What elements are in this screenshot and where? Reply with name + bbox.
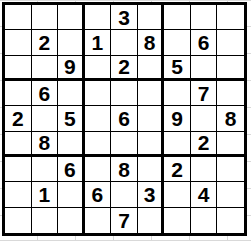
cell-r7c6[interactable] [138,157,165,182]
sudoku-board: 3218692567256988268216347 [2,2,247,236]
cell-r5c8[interactable] [191,106,218,131]
sudoku-screenshot: 3218692567256988268216347 [0,0,251,241]
cell-r2c8[interactable]: 6 [191,30,218,55]
cell-r8c6[interactable]: 3 [138,182,165,207]
cell-r3c1[interactable] [5,56,32,81]
cell-r1c5[interactable]: 3 [111,5,138,30]
cell-r7c5[interactable]: 8 [111,157,138,182]
cell-r3c2[interactable] [32,56,59,81]
cell-r9c5[interactable]: 7 [111,208,138,233]
cell-r8c9[interactable] [217,182,244,207]
cell-r1c2[interactable] [32,5,59,30]
cell-r8c7[interactable] [164,182,191,207]
cell-r2c6[interactable]: 8 [138,30,165,55]
cell-r2c9[interactable] [217,30,244,55]
cell-r8c5[interactable] [111,182,138,207]
cell-r4c2[interactable]: 6 [32,81,59,106]
cell-r5c7[interactable]: 9 [164,106,191,131]
cell-r5c6[interactable] [138,106,165,131]
cell-r1c6[interactable] [138,5,165,30]
cell-r6c1[interactable] [5,132,32,157]
cell-r7c1[interactable] [5,157,32,182]
cell-r3c3[interactable]: 9 [58,56,85,81]
cell-r9c8[interactable] [191,208,218,233]
cell-r9c2[interactable] [32,208,59,233]
cell-r3c6[interactable] [138,56,165,81]
cell-r9c9[interactable] [217,208,244,233]
cell-r5c2[interactable] [32,106,59,131]
cell-r2c7[interactable] [164,30,191,55]
cell-r3c7[interactable]: 5 [164,56,191,81]
cell-r9c1[interactable] [5,208,32,233]
cell-r4c7[interactable] [164,81,191,106]
cell-r1c1[interactable] [5,5,32,30]
cell-r7c9[interactable] [217,157,244,182]
cell-r9c7[interactable] [164,208,191,233]
cell-r1c3[interactable] [58,5,85,30]
cell-r4c9[interactable] [217,81,244,106]
cell-r3c5[interactable]: 2 [111,56,138,81]
cell-r5c1[interactable]: 2 [5,106,32,131]
cell-r8c2[interactable]: 1 [32,182,59,207]
cell-r9c3[interactable] [58,208,85,233]
cell-r1c9[interactable] [217,5,244,30]
cell-r6c7[interactable] [164,132,191,157]
cell-r5c3[interactable]: 5 [58,106,85,131]
cell-r1c4[interactable] [85,5,112,30]
cell-r7c4[interactable] [85,157,112,182]
cell-r4c1[interactable] [5,81,32,106]
cell-r4c5[interactable] [111,81,138,106]
cell-r5c9[interactable]: 8 [217,106,244,131]
cell-r2c2[interactable]: 2 [32,30,59,55]
cell-r8c4[interactable]: 6 [85,182,112,207]
cell-r4c8[interactable]: 7 [191,81,218,106]
cell-r8c1[interactable] [5,182,32,207]
cell-r6c5[interactable] [111,132,138,157]
cell-r7c2[interactable] [32,157,59,182]
cell-r1c8[interactable] [191,5,218,30]
cell-r2c5[interactable] [111,30,138,55]
cell-r6c8[interactable]: 2 [191,132,218,157]
cell-r4c4[interactable] [85,81,112,106]
cell-r7c3[interactable]: 6 [58,157,85,182]
cell-r2c4[interactable]: 1 [85,30,112,55]
cell-r4c3[interactable] [58,81,85,106]
cell-r6c2[interactable]: 8 [32,132,59,157]
cell-r3c9[interactable] [217,56,244,81]
cell-r6c9[interactable] [217,132,244,157]
cell-r8c3[interactable] [58,182,85,207]
cell-r6c6[interactable] [138,132,165,157]
cell-r8c8[interactable]: 4 [191,182,218,207]
cell-r1c7[interactable] [164,5,191,30]
cell-r7c8[interactable] [191,157,218,182]
cell-r7c7[interactable]: 2 [164,157,191,182]
cell-r4c6[interactable] [138,81,165,106]
cell-r6c4[interactable] [85,132,112,157]
cell-r5c5[interactable]: 6 [111,106,138,131]
cell-r3c8[interactable] [191,56,218,81]
cell-r9c6[interactable] [138,208,165,233]
cell-r3c4[interactable] [85,56,112,81]
cell-r9c4[interactable] [85,208,112,233]
cell-r2c1[interactable] [5,30,32,55]
cell-r6c3[interactable] [58,132,85,157]
cell-r5c4[interactable] [85,106,112,131]
cell-r2c3[interactable] [58,30,85,55]
